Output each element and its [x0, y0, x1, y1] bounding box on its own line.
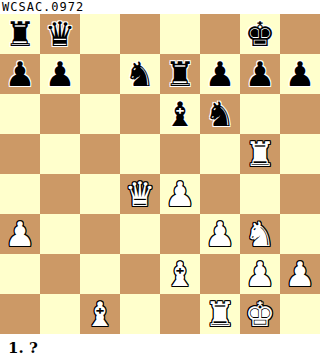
square-f2[interactable]: [200, 254, 240, 294]
chess-diagram: WCSAC.0972 ♜♛♚♟♟♞♜♟♟♟♝♞♜♛♟♟♟♞♝♟♟♝♜♚ 1. ?: [0, 0, 320, 360]
piece-white-rook: ♜: [205, 294, 235, 334]
piece-white-pawn: ♟: [245, 254, 275, 294]
square-a1[interactable]: [0, 294, 40, 334]
square-g8[interactable]: ♚: [240, 14, 280, 54]
square-e5[interactable]: [160, 134, 200, 174]
square-a5[interactable]: [0, 134, 40, 174]
square-a4[interactable]: [0, 174, 40, 214]
piece-white-bishop: ♝: [165, 254, 195, 294]
square-e2[interactable]: ♝: [160, 254, 200, 294]
square-h7[interactable]: ♟: [280, 54, 320, 94]
square-g7[interactable]: ♟: [240, 54, 280, 94]
piece-black-rook: ♜: [165, 54, 195, 94]
square-g6[interactable]: [240, 94, 280, 134]
piece-white-queen: ♛: [125, 174, 155, 214]
piece-black-knight: ♞: [205, 94, 235, 134]
square-a2[interactable]: [0, 254, 40, 294]
piece-white-pawn: ♟: [285, 254, 315, 294]
square-f3[interactable]: ♟: [200, 214, 240, 254]
square-a7[interactable]: ♟: [0, 54, 40, 94]
square-e1[interactable]: [160, 294, 200, 334]
piece-white-pawn: ♟: [205, 214, 235, 254]
square-h1[interactable]: [280, 294, 320, 334]
square-a8[interactable]: ♜: [0, 14, 40, 54]
square-g2[interactable]: ♟: [240, 254, 280, 294]
piece-black-king: ♚: [245, 14, 275, 54]
square-g5[interactable]: ♜: [240, 134, 280, 174]
square-b8[interactable]: ♛: [40, 14, 80, 54]
piece-black-queen: ♛: [45, 14, 75, 54]
square-e7[interactable]: ♜: [160, 54, 200, 94]
square-e6[interactable]: ♝: [160, 94, 200, 134]
piece-black-pawn: ♟: [5, 54, 35, 94]
square-d6[interactable]: [120, 94, 160, 134]
square-h6[interactable]: [280, 94, 320, 134]
square-h2[interactable]: ♟: [280, 254, 320, 294]
piece-black-pawn: ♟: [245, 54, 275, 94]
square-a3[interactable]: ♟: [0, 214, 40, 254]
square-c7[interactable]: [80, 54, 120, 94]
square-c3[interactable]: [80, 214, 120, 254]
square-d2[interactable]: [120, 254, 160, 294]
square-b7[interactable]: ♟: [40, 54, 80, 94]
square-f7[interactable]: ♟: [200, 54, 240, 94]
square-b1[interactable]: [40, 294, 80, 334]
piece-white-rook: ♜: [245, 134, 275, 174]
square-h3[interactable]: [280, 214, 320, 254]
square-d8[interactable]: [120, 14, 160, 54]
piece-black-pawn: ♟: [45, 54, 75, 94]
square-b3[interactable]: [40, 214, 80, 254]
square-g4[interactable]: [240, 174, 280, 214]
square-b4[interactable]: [40, 174, 80, 214]
piece-black-rook: ♜: [5, 14, 35, 54]
square-h5[interactable]: [280, 134, 320, 174]
piece-white-knight: ♞: [245, 214, 275, 254]
piece-black-knight: ♞: [125, 54, 155, 94]
square-c4[interactable]: [80, 174, 120, 214]
square-e8[interactable]: [160, 14, 200, 54]
square-c1[interactable]: ♝: [80, 294, 120, 334]
square-d4[interactable]: ♛: [120, 174, 160, 214]
square-b5[interactable]: [40, 134, 80, 174]
square-c6[interactable]: [80, 94, 120, 134]
piece-black-pawn: ♟: [205, 54, 235, 94]
diagram-id-label: WCSAC.0972: [0, 0, 320, 14]
square-c5[interactable]: [80, 134, 120, 174]
square-b2[interactable]: [40, 254, 80, 294]
square-b6[interactable]: [40, 94, 80, 134]
piece-white-pawn: ♟: [5, 214, 35, 254]
piece-white-pawn: ♟: [165, 174, 195, 214]
square-e3[interactable]: [160, 214, 200, 254]
square-f8[interactable]: [200, 14, 240, 54]
piece-black-pawn: ♟: [285, 54, 315, 94]
chess-board: ♜♛♚♟♟♞♜♟♟♟♝♞♜♛♟♟♟♞♝♟♟♝♜♚: [0, 14, 320, 334]
square-d5[interactable]: [120, 134, 160, 174]
square-c2[interactable]: [80, 254, 120, 294]
square-d1[interactable]: [120, 294, 160, 334]
square-a6[interactable]: [0, 94, 40, 134]
move-prompt: 1. ?: [0, 334, 320, 360]
square-e4[interactable]: ♟: [160, 174, 200, 214]
square-f1[interactable]: ♜: [200, 294, 240, 334]
square-g3[interactable]: ♞: [240, 214, 280, 254]
square-c8[interactable]: [80, 14, 120, 54]
square-h4[interactable]: [280, 174, 320, 214]
square-f4[interactable]: [200, 174, 240, 214]
square-d3[interactable]: [120, 214, 160, 254]
square-g1[interactable]: ♚: [240, 294, 280, 334]
square-d7[interactable]: ♞: [120, 54, 160, 94]
square-f5[interactable]: [200, 134, 240, 174]
square-h8[interactable]: [280, 14, 320, 54]
piece-white-king: ♚: [245, 294, 275, 334]
piece-white-bishop: ♝: [85, 294, 115, 334]
square-f6[interactable]: ♞: [200, 94, 240, 134]
piece-black-bishop: ♝: [165, 94, 195, 134]
